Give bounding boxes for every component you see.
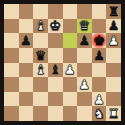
square-a2[interactable]: [4, 92, 19, 107]
white-pawn-e4[interactable]: ♟: [64, 63, 76, 76]
black-pawn-f6[interactable]: ♟: [79, 34, 91, 47]
square-b5[interactable]: [19, 48, 34, 63]
square-d1[interactable]: [48, 106, 63, 121]
square-g5[interactable]: ♟: [92, 48, 107, 63]
square-f5[interactable]: [77, 48, 92, 63]
square-b1[interactable]: [19, 106, 34, 121]
square-g8[interactable]: [92, 4, 107, 19]
square-f4[interactable]: [77, 63, 92, 78]
square-h6[interactable]: ♟: [106, 33, 121, 48]
square-f8[interactable]: [77, 4, 92, 19]
black-king-g6[interactable]: ♚: [93, 34, 105, 47]
square-h4[interactable]: [106, 63, 121, 78]
black-rook-h8[interactable]: ♜: [108, 4, 120, 17]
square-b8[interactable]: [19, 4, 34, 19]
square-h2[interactable]: [106, 92, 121, 107]
white-pawn-f3[interactable]: ♟: [79, 77, 91, 90]
square-f1[interactable]: [77, 106, 92, 121]
square-a1[interactable]: [4, 106, 19, 121]
white-knight-g1[interactable]: ♞: [93, 107, 105, 120]
square-d6[interactable]: [48, 33, 63, 48]
square-a8[interactable]: [4, 4, 19, 19]
square-e6[interactable]: [63, 33, 78, 48]
square-h3[interactable]: [106, 77, 121, 92]
square-d7[interactable]: ♚: [48, 19, 63, 34]
square-e2[interactable]: [63, 92, 78, 107]
white-king-d7[interactable]: ♚: [49, 19, 61, 32]
square-c2[interactable]: [33, 92, 48, 107]
square-c1[interactable]: [33, 106, 48, 121]
square-a5[interactable]: [4, 48, 19, 63]
square-a6[interactable]: [4, 33, 19, 48]
square-d5[interactable]: [48, 48, 63, 63]
square-c6[interactable]: [33, 33, 48, 48]
square-c4[interactable]: ♝: [33, 63, 48, 78]
white-queen-f7[interactable]: ♛: [79, 19, 91, 32]
square-f7[interactable]: ♛: [77, 19, 92, 34]
square-g6[interactable]: ♚: [92, 33, 107, 48]
black-pawn-g5[interactable]: ♟: [93, 48, 105, 61]
square-h5[interactable]: [106, 48, 121, 63]
square-b7[interactable]: [19, 19, 34, 34]
square-h7[interactable]: ♟: [106, 19, 121, 34]
square-c5[interactable]: ♛: [33, 48, 48, 63]
square-e3[interactable]: [63, 77, 78, 92]
square-f6[interactable]: ♟: [77, 33, 92, 48]
square-e7[interactable]: [63, 19, 78, 34]
square-b4[interactable]: [19, 63, 34, 78]
square-g7[interactable]: [92, 19, 107, 34]
square-a4[interactable]: [4, 63, 19, 78]
white-bishop-c4[interactable]: ♝: [35, 63, 47, 76]
square-b2[interactable]: [19, 92, 34, 107]
square-g4[interactable]: [92, 63, 107, 78]
chess-board: ♜♝♚♛♟♟♟♚♟♛♟♝♝♟♟♟♞♜: [4, 4, 121, 121]
chess-board-frame: ♜♝♚♛♟♟♟♚♟♛♟♝♝♟♟♟♞♜: [0, 0, 125, 125]
square-a3[interactable]: [4, 77, 19, 92]
square-g2[interactable]: ♟: [92, 92, 107, 107]
square-c3[interactable]: [33, 77, 48, 92]
square-g3[interactable]: [92, 77, 107, 92]
black-pawn-b6[interactable]: ♟: [20, 34, 32, 47]
square-d3[interactable]: [48, 77, 63, 92]
square-a7[interactable]: [4, 19, 19, 34]
square-h8[interactable]: ♜: [106, 4, 121, 19]
square-b6[interactable]: ♟: [19, 33, 34, 48]
square-f3[interactable]: ♟: [77, 77, 92, 92]
square-e1[interactable]: [63, 106, 78, 121]
white-rook-h1[interactable]: ♜: [108, 107, 120, 120]
square-d4[interactable]: ♝: [48, 63, 63, 78]
square-e8[interactable]: [63, 4, 78, 19]
white-pawn-g2[interactable]: ♟: [93, 92, 105, 105]
white-pawn-h6[interactable]: ♟: [108, 34, 120, 47]
square-g1[interactable]: ♞: [92, 106, 107, 121]
square-d2[interactable]: [48, 92, 63, 107]
square-c7[interactable]: ♝: [33, 19, 48, 34]
square-f2[interactable]: [77, 92, 92, 107]
black-pawn-h7[interactable]: ♟: [108, 19, 120, 32]
square-e4[interactable]: ♟: [63, 63, 78, 78]
black-queen-c5[interactable]: ♛: [35, 48, 47, 61]
square-c8[interactable]: [33, 4, 48, 19]
square-b3[interactable]: [19, 77, 34, 92]
square-d8[interactable]: [48, 4, 63, 19]
square-e5[interactable]: [63, 48, 78, 63]
black-bishop-d4[interactable]: ♝: [49, 63, 61, 76]
square-h1[interactable]: ♜: [106, 106, 121, 121]
white-bishop-c7[interactable]: ♝: [35, 19, 47, 32]
